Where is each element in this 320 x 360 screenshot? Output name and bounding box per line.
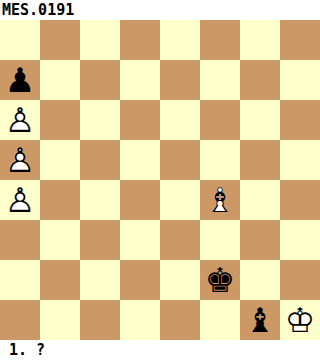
- square-g2[interactable]: [240, 260, 280, 300]
- square-e8[interactable]: [160, 20, 200, 60]
- square-d6[interactable]: [120, 100, 160, 140]
- square-c8[interactable]: [80, 20, 120, 60]
- square-h6[interactable]: [280, 100, 320, 140]
- square-a6[interactable]: ♟♙: [0, 100, 40, 140]
- chess-board: ♟♟♙♟♙♟♙♝♗♚♝♚♔: [0, 20, 320, 340]
- square-d5[interactable]: [120, 140, 160, 180]
- square-e5[interactable]: [160, 140, 200, 180]
- square-h7[interactable]: [280, 60, 320, 100]
- square-g5[interactable]: [240, 140, 280, 180]
- square-g1[interactable]: ♝: [240, 300, 280, 340]
- square-a7[interactable]: ♟: [0, 60, 40, 100]
- square-c6[interactable]: [80, 100, 120, 140]
- square-e1[interactable]: [160, 300, 200, 340]
- square-e3[interactable]: [160, 220, 200, 260]
- black-king: ♚: [200, 260, 240, 300]
- square-f4[interactable]: ♝♗: [200, 180, 240, 220]
- square-b4[interactable]: [40, 180, 80, 220]
- piece-solid-glyph: ♚: [200, 260, 240, 300]
- square-c1[interactable]: [80, 300, 120, 340]
- square-a8[interactable]: [0, 20, 40, 60]
- square-f3[interactable]: [200, 220, 240, 260]
- square-e6[interactable]: [160, 100, 200, 140]
- square-f1[interactable]: [200, 300, 240, 340]
- square-b5[interactable]: [40, 140, 80, 180]
- puzzle-id: MES.0191: [0, 0, 320, 20]
- piece-outline-glyph: ♙: [0, 180, 40, 220]
- square-d3[interactable]: [120, 220, 160, 260]
- piece-outline-glyph: ♙: [0, 140, 40, 180]
- square-d4[interactable]: [120, 180, 160, 220]
- square-a1[interactable]: [0, 300, 40, 340]
- square-b1[interactable]: [40, 300, 80, 340]
- square-c2[interactable]: [80, 260, 120, 300]
- square-g7[interactable]: [240, 60, 280, 100]
- square-h2[interactable]: [280, 260, 320, 300]
- square-f2[interactable]: ♚: [200, 260, 240, 300]
- square-f5[interactable]: [200, 140, 240, 180]
- piece-outline-glyph: ♗: [200, 180, 240, 220]
- white-pawn: ♟♙: [0, 180, 40, 220]
- square-c4[interactable]: [80, 180, 120, 220]
- square-c7[interactable]: [80, 60, 120, 100]
- chess-puzzle-window: MES.0191 ♟♟♙♟♙♟♙♝♗♚♝♚♔ 1. ?: [0, 0, 320, 360]
- square-h4[interactable]: [280, 180, 320, 220]
- black-bishop: ♝: [240, 300, 280, 340]
- square-e4[interactable]: [160, 180, 200, 220]
- square-h8[interactable]: [280, 20, 320, 60]
- piece-outline-glyph: ♙: [0, 100, 40, 140]
- square-a5[interactable]: ♟♙: [0, 140, 40, 180]
- square-g3[interactable]: [240, 220, 280, 260]
- square-a3[interactable]: [0, 220, 40, 260]
- square-c3[interactable]: [80, 220, 120, 260]
- square-b7[interactable]: [40, 60, 80, 100]
- piece-solid-glyph: ♝: [240, 300, 280, 340]
- square-b8[interactable]: [40, 20, 80, 60]
- piece-solid-glyph: ♟: [0, 60, 40, 100]
- square-h3[interactable]: [280, 220, 320, 260]
- square-d1[interactable]: [120, 300, 160, 340]
- white-bishop: ♝♗: [200, 180, 240, 220]
- square-b6[interactable]: [40, 100, 80, 140]
- square-b3[interactable]: [40, 220, 80, 260]
- square-a4[interactable]: ♟♙: [0, 180, 40, 220]
- square-e7[interactable]: [160, 60, 200, 100]
- black-pawn: ♟: [0, 60, 40, 100]
- white-king: ♚♔: [280, 300, 320, 340]
- square-g6[interactable]: [240, 100, 280, 140]
- square-f6[interactable]: [200, 100, 240, 140]
- square-f8[interactable]: [200, 20, 240, 60]
- square-d7[interactable]: [120, 60, 160, 100]
- square-g4[interactable]: [240, 180, 280, 220]
- square-a2[interactable]: [0, 260, 40, 300]
- square-c5[interactable]: [80, 140, 120, 180]
- square-f7[interactable]: [200, 60, 240, 100]
- white-pawn: ♟♙: [0, 140, 40, 180]
- piece-outline-glyph: ♔: [280, 300, 320, 340]
- square-b2[interactable]: [40, 260, 80, 300]
- white-pawn: ♟♙: [0, 100, 40, 140]
- square-e2[interactable]: [160, 260, 200, 300]
- square-d8[interactable]: [120, 20, 160, 60]
- move-prompt: 1. ?: [0, 340, 320, 360]
- square-g8[interactable]: [240, 20, 280, 60]
- square-d2[interactable]: [120, 260, 160, 300]
- square-h1[interactable]: ♚♔: [280, 300, 320, 340]
- square-h5[interactable]: [280, 140, 320, 180]
